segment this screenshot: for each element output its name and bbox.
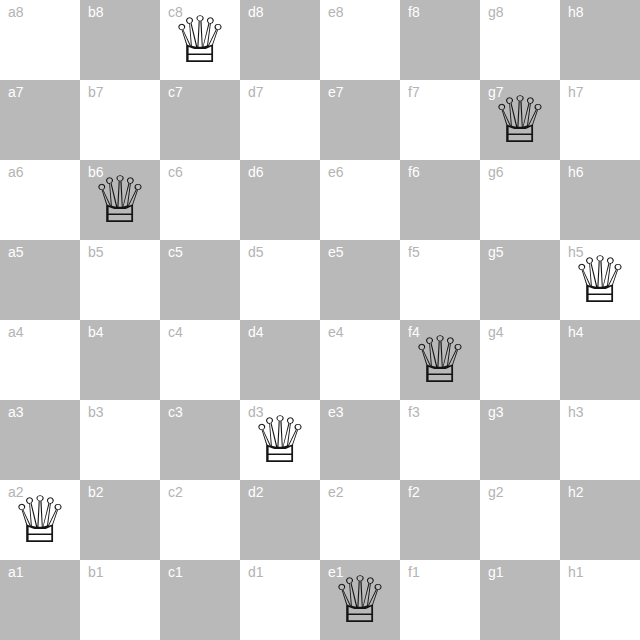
square-g4[interactable]: g4: [480, 320, 560, 400]
square-label-d4: d4: [248, 325, 264, 339]
square-label-g8: g8: [488, 5, 504, 19]
square-label-a7: a7: [8, 85, 24, 99]
square-label-a6: a6: [8, 165, 24, 179]
square-label-c4: c4: [168, 325, 183, 339]
square-b6[interactable]: b6♕: [80, 160, 160, 240]
square-label-g2: g2: [488, 485, 504, 499]
square-b2[interactable]: b2: [80, 480, 160, 560]
square-f2[interactable]: f2: [400, 480, 480, 560]
square-f5[interactable]: f5: [400, 240, 480, 320]
square-c4[interactable]: c4: [160, 320, 240, 400]
square-h7[interactable]: h7: [560, 80, 640, 160]
square-h2[interactable]: h2: [560, 480, 640, 560]
square-label-d6: d6: [248, 165, 264, 179]
square-b1[interactable]: b1: [80, 560, 160, 640]
square-label-c3: c3: [168, 405, 183, 419]
square-c8[interactable]: c8♕: [160, 0, 240, 80]
square-label-a4: a4: [8, 325, 24, 339]
square-label-b2: b2: [88, 485, 104, 499]
white-queen-piece-e1[interactable]: ♕: [320, 560, 400, 640]
square-b4[interactable]: b4: [80, 320, 160, 400]
square-b3[interactable]: b3: [80, 400, 160, 480]
square-label-g5: g5: [488, 245, 504, 259]
square-label-c7: c7: [168, 85, 183, 99]
square-g6[interactable]: g6: [480, 160, 560, 240]
square-c3[interactable]: c3: [160, 400, 240, 480]
square-f6[interactable]: f6: [400, 160, 480, 240]
square-label-d1: d1: [248, 565, 264, 579]
square-a4[interactable]: a4: [0, 320, 80, 400]
square-e1[interactable]: e1♕: [320, 560, 400, 640]
square-label-b4: b4: [88, 325, 104, 339]
square-label-h1: h1: [568, 565, 584, 579]
square-g2[interactable]: g2: [480, 480, 560, 560]
square-label-h6: h6: [568, 165, 584, 179]
square-e5[interactable]: e5: [320, 240, 400, 320]
square-h3[interactable]: h3: [560, 400, 640, 480]
square-label-c5: c5: [168, 245, 183, 259]
square-label-f7: f7: [408, 85, 420, 99]
square-h6[interactable]: h6: [560, 160, 640, 240]
square-c1[interactable]: c1: [160, 560, 240, 640]
square-label-c2: c2: [168, 485, 183, 499]
square-e2[interactable]: e2: [320, 480, 400, 560]
square-label-e2: e2: [328, 485, 344, 499]
square-g3[interactable]: g3: [480, 400, 560, 480]
white-queen-piece-f4[interactable]: ♕: [400, 320, 480, 400]
square-a6[interactable]: a6: [0, 160, 80, 240]
square-f8[interactable]: f8: [400, 0, 480, 80]
square-label-e3: e3: [328, 405, 344, 419]
square-e8[interactable]: e8: [320, 0, 400, 80]
square-label-c6: c6: [168, 165, 183, 179]
square-c7[interactable]: c7: [160, 80, 240, 160]
square-label-c1: c1: [168, 565, 183, 579]
square-d2[interactable]: d2: [240, 480, 320, 560]
white-queen-piece-c8[interactable]: ♕: [160, 0, 240, 80]
square-label-h8: h8: [568, 5, 584, 19]
white-queen-piece-a2[interactable]: ♕: [0, 480, 80, 560]
square-c5[interactable]: c5: [160, 240, 240, 320]
square-label-f6: f6: [408, 165, 420, 179]
square-label-a1: a1: [8, 565, 24, 579]
square-label-a5: a5: [8, 245, 24, 259]
chess-board: a8b8c8♕d8e8f8g8h8a7b7c7d7e7f7g7♕h7a6b6♕c…: [0, 0, 640, 640]
square-b8[interactable]: b8: [80, 0, 160, 80]
square-d3[interactable]: d3♕: [240, 400, 320, 480]
square-d1[interactable]: d1: [240, 560, 320, 640]
square-d7[interactable]: d7: [240, 80, 320, 160]
square-a2[interactable]: a2♕: [0, 480, 80, 560]
square-c2[interactable]: c2: [160, 480, 240, 560]
square-h5[interactable]: h5♕: [560, 240, 640, 320]
square-label-h7: h7: [568, 85, 584, 99]
square-label-b1: b1: [88, 565, 104, 579]
square-e7[interactable]: e7: [320, 80, 400, 160]
square-g5[interactable]: g5: [480, 240, 560, 320]
square-label-f1: f1: [408, 565, 420, 579]
square-a8[interactable]: a8: [0, 0, 80, 80]
square-label-f2: f2: [408, 485, 420, 499]
square-label-e8: e8: [328, 5, 344, 19]
square-f3[interactable]: f3: [400, 400, 480, 480]
white-queen-piece-b6[interactable]: ♕: [80, 160, 160, 240]
square-c6[interactable]: c6: [160, 160, 240, 240]
square-label-d5: d5: [248, 245, 264, 259]
square-f1[interactable]: f1: [400, 560, 480, 640]
square-a7[interactable]: a7: [0, 80, 80, 160]
square-label-b8: b8: [88, 5, 104, 19]
square-label-f8: f8: [408, 5, 420, 19]
square-label-h4: h4: [568, 325, 584, 339]
square-label-g6: g6: [488, 165, 504, 179]
square-d5[interactable]: d5: [240, 240, 320, 320]
square-e3[interactable]: e3: [320, 400, 400, 480]
square-e4[interactable]: e4: [320, 320, 400, 400]
square-b5[interactable]: b5: [80, 240, 160, 320]
square-label-g4: g4: [488, 325, 504, 339]
square-label-a8: a8: [8, 5, 24, 19]
square-f7[interactable]: f7: [400, 80, 480, 160]
square-g7[interactable]: g7♕: [480, 80, 560, 160]
square-a1[interactable]: a1: [0, 560, 80, 640]
square-d6[interactable]: d6: [240, 160, 320, 240]
square-h4[interactable]: h4: [560, 320, 640, 400]
square-d8[interactable]: d8: [240, 0, 320, 80]
square-h1[interactable]: h1: [560, 560, 640, 640]
square-label-e4: e4: [328, 325, 344, 339]
square-a3[interactable]: a3: [0, 400, 80, 480]
square-label-h3: h3: [568, 405, 584, 419]
square-label-a3: a3: [8, 405, 24, 419]
square-d4[interactable]: d4: [240, 320, 320, 400]
square-a5[interactable]: a5: [0, 240, 80, 320]
square-label-f3: f3: [408, 405, 420, 419]
white-queen-piece-h5[interactable]: ♕: [560, 240, 640, 320]
square-label-g1: g1: [488, 565, 504, 579]
square-label-f5: f5: [408, 245, 420, 259]
square-label-b3: b3: [88, 405, 104, 419]
square-label-d7: d7: [248, 85, 264, 99]
square-label-b7: b7: [88, 85, 104, 99]
square-label-b5: b5: [88, 245, 104, 259]
square-label-e5: e5: [328, 245, 344, 259]
square-label-h2: h2: [568, 485, 584, 499]
square-h8[interactable]: h8: [560, 0, 640, 80]
square-label-e6: e6: [328, 165, 344, 179]
square-f4[interactable]: f4♕: [400, 320, 480, 400]
white-queen-piece-d3[interactable]: ♕: [240, 400, 320, 480]
square-e6[interactable]: e6: [320, 160, 400, 240]
square-label-d2: d2: [248, 485, 264, 499]
square-label-d8: d8: [248, 5, 264, 19]
square-g1[interactable]: g1: [480, 560, 560, 640]
white-queen-piece-g7[interactable]: ♕: [480, 80, 560, 160]
square-g8[interactable]: g8: [480, 0, 560, 80]
square-label-g3: g3: [488, 405, 504, 419]
square-b7[interactable]: b7: [80, 80, 160, 160]
square-label-e7: e7: [328, 85, 344, 99]
